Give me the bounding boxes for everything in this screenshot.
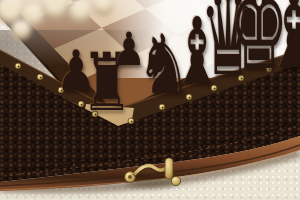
carved-box-front <box>0 0 300 200</box>
chess-set-photo: ♟♜♟♞♝♛♚♝ <box>0 0 300 200</box>
brass-stud-center-11 <box>269 69 271 71</box>
brass-stud-center-12 <box>294 61 296 63</box>
brass-stud-center-8 <box>189 97 191 99</box>
brass-stud-center-3 <box>61 90 63 92</box>
brass-stud-center-7 <box>162 107 164 109</box>
brass-stud-center-1 <box>18 66 20 68</box>
brass-stud-center-2 <box>40 77 42 79</box>
brass-stud-center-4 <box>81 104 83 106</box>
brass-stud-center-5 <box>95 114 97 116</box>
brass-stud-center-10 <box>241 78 243 80</box>
brass-stud-center-9 <box>214 88 216 90</box>
brass-stud-center-6 <box>131 121 133 123</box>
